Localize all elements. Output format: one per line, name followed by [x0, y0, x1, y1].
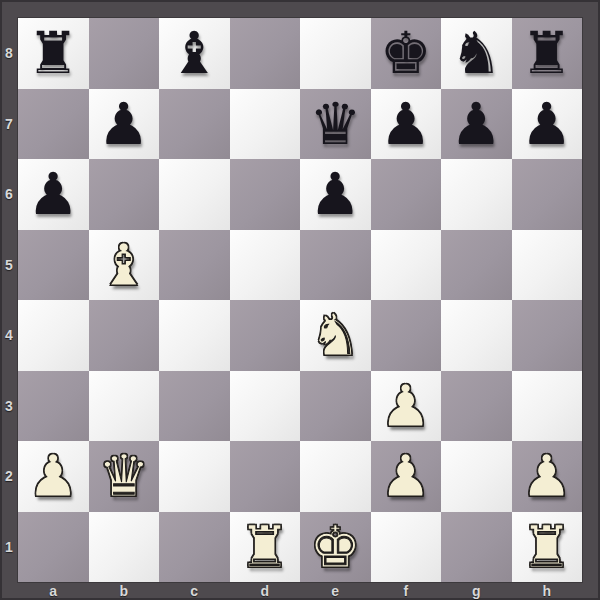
square-e6[interactable]: ♟	[300, 159, 371, 230]
square-d4[interactable]	[230, 300, 301, 371]
rank-labels: 87654321	[0, 18, 18, 582]
piece-white-queen[interactable]: ♛	[98, 441, 150, 511]
piece-white-bishop[interactable]: ♝	[98, 230, 150, 300]
piece-black-pawn[interactable]: ♟	[309, 159, 361, 229]
file-label-d: d	[230, 582, 301, 600]
square-c1[interactable]	[159, 512, 230, 583]
square-e2[interactable]	[300, 441, 371, 512]
piece-black-pawn[interactable]: ♟	[521, 89, 573, 159]
square-h2[interactable]: ♟	[512, 441, 583, 512]
square-f8[interactable]: ♚	[371, 18, 442, 89]
file-label-e: e	[300, 582, 371, 600]
file-label-b: b	[89, 582, 160, 600]
square-c7[interactable]	[159, 89, 230, 160]
square-d2[interactable]	[230, 441, 301, 512]
square-b6[interactable]	[89, 159, 160, 230]
square-g1[interactable]	[441, 512, 512, 583]
square-a2[interactable]: ♟	[18, 441, 89, 512]
square-h6[interactable]	[512, 159, 583, 230]
square-a5[interactable]	[18, 230, 89, 301]
square-g4[interactable]	[441, 300, 512, 371]
square-g2[interactable]	[441, 441, 512, 512]
square-b2[interactable]: ♛	[89, 441, 160, 512]
piece-white-king[interactable]: ♚	[309, 512, 361, 582]
square-h5[interactable]	[512, 230, 583, 301]
chess-board-frame: 87654321 abcdefgh ♜♝♚♞♜♟♛♟♟♟♟♟♝♞♟♟♛♟♟♜♚♜	[0, 0, 600, 600]
square-f1[interactable]	[371, 512, 442, 583]
rank-label-5: 5	[0, 230, 18, 301]
piece-black-king[interactable]: ♚	[380, 18, 432, 88]
square-g7[interactable]: ♟	[441, 89, 512, 160]
square-g3[interactable]	[441, 371, 512, 442]
square-a7[interactable]	[18, 89, 89, 160]
square-h8[interactable]: ♜	[512, 18, 583, 89]
square-c6[interactable]	[159, 159, 230, 230]
square-h1[interactable]: ♜	[512, 512, 583, 583]
piece-white-pawn[interactable]: ♟	[521, 441, 573, 511]
rank-label-7: 7	[0, 89, 18, 160]
rank-label-1: 1	[0, 512, 18, 583]
piece-white-rook[interactable]: ♜	[239, 512, 291, 582]
square-g5[interactable]	[441, 230, 512, 301]
square-d6[interactable]	[230, 159, 301, 230]
piece-black-knight[interactable]: ♞	[450, 18, 502, 88]
rank-label-8: 8	[0, 18, 18, 89]
piece-white-pawn[interactable]: ♟	[380, 371, 432, 441]
square-g8[interactable]: ♞	[441, 18, 512, 89]
square-b8[interactable]	[89, 18, 160, 89]
square-e4[interactable]: ♞	[300, 300, 371, 371]
rank-label-2: 2	[0, 441, 18, 512]
file-label-h: h	[512, 582, 583, 600]
rank-label-4: 4	[0, 300, 18, 371]
square-e3[interactable]	[300, 371, 371, 442]
rank-label-6: 6	[0, 159, 18, 230]
square-h7[interactable]: ♟	[512, 89, 583, 160]
square-c2[interactable]	[159, 441, 230, 512]
square-d1[interactable]: ♜	[230, 512, 301, 583]
square-c3[interactable]	[159, 371, 230, 442]
piece-white-rook[interactable]: ♜	[521, 512, 573, 582]
piece-black-pawn[interactable]: ♟	[27, 159, 79, 229]
square-f2[interactable]: ♟	[371, 441, 442, 512]
square-c4[interactable]	[159, 300, 230, 371]
file-labels: abcdefgh	[18, 582, 582, 600]
square-f5[interactable]	[371, 230, 442, 301]
square-e1[interactable]: ♚	[300, 512, 371, 583]
square-g6[interactable]	[441, 159, 512, 230]
square-b4[interactable]	[89, 300, 160, 371]
square-f7[interactable]: ♟	[371, 89, 442, 160]
square-b5[interactable]: ♝	[89, 230, 160, 301]
square-b7[interactable]: ♟	[89, 89, 160, 160]
square-d5[interactable]	[230, 230, 301, 301]
piece-white-knight[interactable]: ♞	[309, 300, 361, 370]
square-a3[interactable]	[18, 371, 89, 442]
piece-black-rook[interactable]: ♜	[521, 18, 573, 88]
square-c8[interactable]: ♝	[159, 18, 230, 89]
board: ♜♝♚♞♜♟♛♟♟♟♟♟♝♞♟♟♛♟♟♜♚♜	[18, 18, 582, 582]
square-f3[interactable]: ♟	[371, 371, 442, 442]
piece-black-pawn[interactable]: ♟	[98, 89, 150, 159]
square-b1[interactable]	[89, 512, 160, 583]
square-e8[interactable]	[300, 18, 371, 89]
square-a6[interactable]: ♟	[18, 159, 89, 230]
file-label-a: a	[18, 582, 89, 600]
piece-black-bishop[interactable]: ♝	[168, 18, 220, 88]
piece-black-queen[interactable]: ♛	[309, 89, 361, 159]
square-e7[interactable]: ♛	[300, 89, 371, 160]
piece-white-pawn[interactable]: ♟	[380, 441, 432, 511]
square-d3[interactable]	[230, 371, 301, 442]
piece-black-pawn[interactable]: ♟	[380, 89, 432, 159]
square-f6[interactable]	[371, 159, 442, 230]
square-e5[interactable]	[300, 230, 371, 301]
square-a1[interactable]	[18, 512, 89, 583]
piece-black-pawn[interactable]: ♟	[450, 89, 502, 159]
piece-black-rook[interactable]: ♜	[27, 18, 79, 88]
square-a4[interactable]	[18, 300, 89, 371]
piece-white-pawn[interactable]: ♟	[27, 441, 79, 511]
rank-label-3: 3	[0, 371, 18, 442]
file-label-c: c	[159, 582, 230, 600]
square-b3[interactable]	[89, 371, 160, 442]
square-d7[interactable]	[230, 89, 301, 160]
square-h3[interactable]	[512, 371, 583, 442]
square-c5[interactable]	[159, 230, 230, 301]
square-d8[interactable]	[230, 18, 301, 89]
square-a8[interactable]: ♜	[18, 18, 89, 89]
file-label-g: g	[441, 582, 512, 600]
square-h4[interactable]	[512, 300, 583, 371]
square-f4[interactable]	[371, 300, 442, 371]
file-label-f: f	[371, 582, 442, 600]
